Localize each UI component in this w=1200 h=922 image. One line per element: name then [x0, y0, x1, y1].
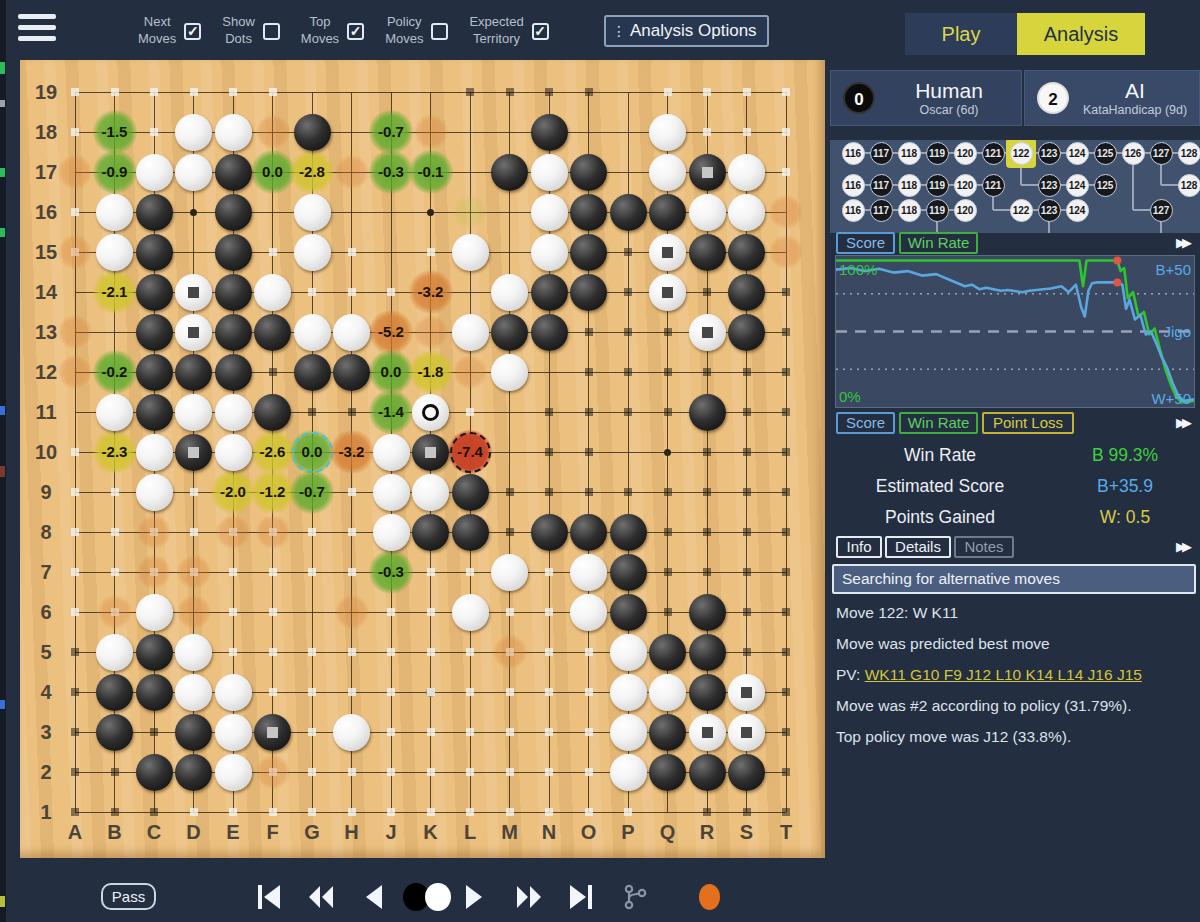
territory-marker-white: [190, 488, 198, 496]
territory-marker-black: [782, 408, 790, 416]
black-stone: [215, 234, 252, 271]
move-node-120[interactable]: 120: [954, 174, 977, 197]
move-node-116[interactable]: 116: [842, 174, 865, 197]
black-stone: [452, 514, 489, 551]
policy-glow: [58, 355, 92, 389]
col-label: A: [60, 821, 90, 843]
territory-marker-white: [387, 728, 395, 736]
territory-marker-black: [585, 368, 593, 376]
white-stone: [294, 194, 331, 231]
territory-marker-black: [782, 688, 790, 696]
kebab-icon: ⋮: [612, 23, 626, 39]
territory-marker-white: [387, 768, 395, 776]
white-stone: [175, 394, 212, 431]
tab-analysis[interactable]: Analysis: [1017, 13, 1145, 55]
territory-marker-black: [782, 768, 790, 776]
toggle-label: Top Moves: [301, 14, 339, 48]
black-stone: [689, 594, 726, 631]
graph-axis-label: Jigo: [1163, 323, 1191, 340]
move-node-116[interactable]: 116: [842, 199, 865, 222]
row-label: 9: [26, 481, 66, 503]
row-label: 11: [26, 401, 66, 423]
territory-marker-black: [782, 448, 790, 456]
policy-glow: [177, 555, 211, 589]
black-stone: [215, 274, 252, 311]
territory-marker-black: [743, 408, 751, 416]
territory-marker-white: [348, 528, 356, 536]
stat-label: Estimated Score: [830, 476, 1050, 497]
col-label: J: [376, 821, 406, 843]
expand-stats-icon[interactable]: ▶▶: [1176, 415, 1188, 430]
territory-marker-white: [269, 808, 277, 816]
white-player-sub: KataHandicap (9d): [1079, 103, 1191, 117]
territory-marker-white: [71, 128, 79, 136]
policy-glow: [335, 595, 369, 629]
policy-glow: [335, 155, 369, 189]
territory-marker-black: [782, 608, 790, 616]
pass-button[interactable]: Pass: [101, 883, 156, 910]
skip-to-end-button[interactable]: [566, 883, 596, 911]
step-back-button[interactable]: [360, 883, 386, 911]
checkbox-checked[interactable]: ✓: [184, 23, 201, 40]
black-stone: [531, 314, 568, 351]
point-loss-label: -3.2: [409, 284, 453, 300]
toggle-show-dots[interactable]: Show Dots: [222, 14, 280, 48]
black-stone: [215, 354, 252, 391]
territory-marker-white: [348, 568, 356, 576]
move-node-118[interactable]: 118: [898, 142, 921, 165]
move-node-128[interactable]: 128: [1178, 174, 1200, 197]
black-stone: [452, 474, 489, 511]
territory-marker-white: [269, 88, 277, 96]
current-player-indicator-icon: [398, 882, 454, 912]
territory-marker-white: [387, 688, 395, 696]
move-node-125[interactable]: 125: [1094, 142, 1117, 165]
policy-glow: [453, 355, 487, 389]
dead-stone-marker: [702, 327, 713, 338]
move-node-124[interactable]: 124: [1066, 199, 1089, 222]
black-stone: [333, 354, 370, 391]
row-label: 16: [26, 201, 66, 223]
info-predicted: Move was predicted best move: [836, 635, 1196, 653]
move-node-117[interactable]: 117: [870, 174, 893, 197]
white-stone: [215, 754, 252, 791]
point-loss-label: -0.3: [369, 564, 413, 580]
toggle-policy-moves[interactable]: Policy Moves: [385, 14, 448, 48]
territory-marker-white: [111, 528, 119, 536]
step-forward-button[interactable]: [462, 883, 488, 911]
black-stone: [96, 674, 133, 711]
graph-axis-label: B+50: [1156, 261, 1191, 278]
col-label: R: [692, 821, 722, 843]
graph-axis-label: 100%: [839, 261, 877, 278]
territory-marker-black: [506, 528, 514, 536]
white-player-name: AI: [1079, 79, 1191, 103]
territory-marker-white: [427, 248, 435, 256]
row-label: 7: [26, 561, 66, 583]
territory-marker-black: [269, 368, 277, 376]
tab-details[interactable]: Details: [885, 536, 951, 558]
move-node-123[interactable]: 123: [1038, 199, 1061, 222]
territory-marker-white: [703, 88, 711, 96]
point-loss-label: -0.2: [93, 364, 137, 380]
black-stone: [215, 154, 252, 191]
territory-marker-white: [427, 568, 435, 576]
black-stone: [175, 714, 212, 751]
black-stone: [215, 314, 252, 351]
black-stone: [610, 554, 647, 591]
col-label: B: [100, 821, 130, 843]
grid-line: [509, 92, 510, 812]
territory-marker-black: [71, 648, 79, 656]
stats-tab-winrate[interactable]: Win Rate: [899, 412, 978, 434]
black-stone: [610, 514, 647, 551]
territory-marker-white: [782, 168, 790, 176]
info-pv: PV: WK11 G10 F9 J12 L10 K14 L14 J16 J15: [836, 666, 1196, 684]
territory-marker-black: [624, 288, 632, 296]
territory-marker-black: [743, 488, 751, 496]
territory-marker-white: [466, 808, 474, 816]
stat-row-score: Estimated Score B+35.9: [830, 471, 1200, 501]
territory-marker-black: [664, 368, 672, 376]
territory-marker-white: [585, 808, 593, 816]
territory-marker-white: [506, 728, 514, 736]
white-stone: [649, 674, 686, 711]
territory-marker-white: [466, 408, 474, 416]
territory-marker-white: [71, 568, 79, 576]
white-stone: [215, 674, 252, 711]
move-node-118[interactable]: 118: [898, 174, 921, 197]
branch-icon[interactable]: [622, 884, 648, 910]
territory-marker-black: [703, 448, 711, 456]
territory-marker-black: [71, 688, 79, 696]
white-stone: [254, 274, 291, 311]
territory-marker-black: [743, 608, 751, 616]
white-stone: [333, 314, 370, 351]
territory-marker-white: [190, 528, 198, 536]
toggle-top-moves[interactable]: Top Moves✓: [301, 14, 364, 48]
toggle-label: Next Moves: [138, 14, 176, 48]
move-node-123[interactable]: 123: [1038, 174, 1061, 197]
stat-row-winrate: Win Rate B 99.3%: [830, 440, 1200, 470]
territory-marker-white: [150, 88, 158, 96]
toggle-expected-territory[interactable]: Expected Territory✓: [469, 14, 548, 48]
black-stone: [570, 194, 607, 231]
dead-stone-marker: [267, 727, 278, 738]
black-stone: [136, 754, 173, 791]
territory-marker-white: [387, 808, 395, 816]
territory-marker-white: [545, 608, 553, 616]
territory-marker-white: [466, 688, 474, 696]
territory-marker-black: [743, 448, 751, 456]
move-node-128[interactable]: 128: [1178, 142, 1200, 165]
edge-notch: [0, 466, 5, 477]
tab-info[interactable]: Info: [836, 536, 882, 558]
territory-marker-black: [71, 808, 79, 816]
territory-marker-black: [624, 408, 632, 416]
territory-marker-white: [71, 208, 79, 216]
white-stone: [96, 234, 133, 271]
white-stone: [136, 474, 173, 511]
white-stone: [491, 354, 528, 391]
black-stone: [136, 354, 173, 391]
checkbox-unchecked[interactable]: [431, 23, 448, 40]
policy-glow: [414, 315, 448, 349]
territory-marker-black: [782, 488, 790, 496]
territory-marker-white: [466, 768, 474, 776]
policy-glow: [256, 115, 290, 149]
territory-marker-white: [545, 688, 553, 696]
territory-marker-white: [229, 808, 237, 816]
graph-axis-label: W+50: [1151, 390, 1191, 407]
menu-icon[interactable]: [18, 14, 58, 46]
pv-moves-link[interactable]: WK11 G10 F9 J12 L10 K14 L14 J16 J15: [865, 666, 1142, 683]
black-stone: [649, 194, 686, 231]
move-node-122[interactable]: 122: [1010, 142, 1033, 165]
white-stone: [649, 114, 686, 151]
checkbox-checked[interactable]: ✓: [532, 23, 549, 40]
territory-marker-white: [348, 248, 356, 256]
white-stone: [452, 314, 489, 351]
analysis-options-button[interactable]: ⋮ Analysis Options: [604, 15, 769, 47]
move-node-120[interactable]: 120: [954, 199, 977, 222]
stats-tab-pointloss[interactable]: Point Loss: [982, 412, 1074, 434]
star-point: [190, 209, 197, 216]
col-label: F: [258, 821, 288, 843]
row-label: 10: [26, 441, 66, 463]
white-stone: [175, 634, 212, 671]
territory-marker-white: [229, 608, 237, 616]
black-stone: [294, 354, 331, 391]
graph-axis-label: 0%: [839, 388, 861, 405]
fast-rewind-button[interactable]: [306, 883, 336, 911]
territory-marker-white: [111, 568, 119, 576]
white-stone: [531, 194, 568, 231]
dead-stone-marker: [188, 447, 199, 458]
move-node-126[interactable]: 126: [1122, 142, 1145, 165]
col-label: E: [218, 821, 248, 843]
territory-marker-white: [506, 608, 514, 616]
black-stone: [294, 114, 331, 151]
row-label: 3: [26, 721, 66, 743]
fast-forward-button[interactable]: [514, 883, 544, 911]
territory-marker-white: [308, 728, 316, 736]
territory-marker-black: [782, 808, 790, 816]
row-label: 1: [26, 801, 66, 823]
info-move: Move 122: W K11: [836, 604, 1196, 622]
col-label: S: [732, 821, 762, 843]
move-node-121[interactable]: 121: [982, 142, 1005, 165]
dead-stone-marker: [702, 167, 713, 178]
black-captures-badge: 0: [843, 82, 875, 114]
black-stone: [689, 754, 726, 791]
territory-marker-white: [506, 768, 514, 776]
white-stone: [294, 234, 331, 271]
analysis-toggles: Next Moves✓Show DotsTop Moves✓Policy Mov…: [138, 8, 549, 54]
white-stone: [491, 554, 528, 591]
black-stone: [136, 634, 173, 671]
expand-graph-icon[interactable]: ▶▶: [1176, 235, 1188, 250]
white-stone: [294, 314, 331, 351]
point-loss-label: -5.2: [369, 324, 413, 340]
territory-marker-white: [308, 648, 316, 656]
policy-glow: [58, 235, 92, 269]
move-node-117[interactable]: 117: [870, 142, 893, 165]
territory-marker-black: [466, 88, 474, 96]
white-stone: [215, 114, 252, 151]
point-loss-label: -0.9: [93, 164, 137, 180]
row-label: 5: [26, 641, 66, 663]
go-board[interactable]: 12345678910111213141516171819ABCDEFGHJKL…: [20, 60, 825, 858]
territory-marker-white: [545, 768, 553, 776]
point-loss-label: -1.5: [93, 124, 137, 140]
territory-marker-white: [308, 688, 316, 696]
territory-marker-black: [71, 768, 79, 776]
territory-marker-white: [664, 88, 672, 96]
white-stone: [136, 434, 173, 471]
black-stone: [136, 394, 173, 431]
policy-glow: [769, 235, 803, 269]
territory-marker-white: [150, 128, 158, 136]
move-node-117[interactable]: 117: [870, 199, 893, 222]
graph-tab-score[interactable]: Score: [836, 232, 895, 254]
territory-marker-black: [782, 368, 790, 376]
white-stone: [373, 514, 410, 551]
pv-prefix: PV:: [836, 666, 865, 683]
white-stone: [175, 114, 212, 151]
move-node-120[interactable]: 120: [954, 142, 977, 165]
col-label: K: [416, 821, 446, 843]
move-node-116[interactable]: 116: [842, 142, 865, 165]
edge-notch: [0, 62, 5, 74]
skip-to-start-button[interactable]: [254, 883, 284, 911]
move-node-118[interactable]: 118: [898, 199, 921, 222]
checkbox-checked[interactable]: ✓: [347, 23, 364, 40]
move-tree[interactable]: 1161171181191201211221231241251261271281…: [830, 140, 1200, 233]
black-stone: [175, 354, 212, 391]
black-stone: [491, 154, 528, 191]
policy-glow: [414, 115, 448, 149]
territory-marker-white: [269, 608, 277, 616]
black-stone: [570, 234, 607, 271]
territory-marker-white: [585, 648, 593, 656]
expand-info-icon[interactable]: ▶▶: [1176, 539, 1188, 554]
territory-marker-white: [585, 728, 593, 736]
policy-glow: [98, 595, 132, 629]
policy-glow: [58, 155, 92, 189]
territory-marker-black: [703, 488, 711, 496]
search-status-banner[interactable]: Searching for alternative moves: [832, 564, 1196, 594]
white-stone: [136, 154, 173, 191]
black-stone: [254, 394, 291, 431]
black-stone: [728, 234, 765, 271]
graph-tab-winrate[interactable]: Win Rate: [899, 232, 978, 254]
col-label: T: [771, 821, 801, 843]
col-label: G: [297, 821, 327, 843]
stats-tab-score[interactable]: Score: [836, 412, 895, 434]
policy-glow: [137, 515, 171, 549]
territory-marker-white: [308, 808, 316, 816]
move-node-123[interactable]: 123: [1038, 142, 1061, 165]
col-label: P: [613, 821, 643, 843]
territory-marker-white: [427, 768, 435, 776]
territory-marker-black: [782, 528, 790, 536]
black-stone: [689, 634, 726, 671]
territory-marker-black: [664, 328, 672, 336]
black-stone: [254, 314, 291, 351]
tab-notes[interactable]: Notes: [954, 536, 1014, 558]
territory-marker-black: [506, 488, 514, 496]
black-stone: [531, 274, 568, 311]
move-node-119[interactable]: 119: [926, 142, 949, 165]
move-node-119[interactable]: 119: [926, 199, 949, 222]
territory-marker-black: [585, 448, 593, 456]
territory-marker-black: [150, 728, 158, 736]
move-node-127[interactable]: 127: [1150, 199, 1173, 222]
player-card-black: 0 Human Oscar (6d): [830, 70, 1022, 126]
territory-marker-white: [348, 808, 356, 816]
territory-marker-white: [624, 808, 632, 816]
move-node-121[interactable]: 121: [982, 174, 1005, 197]
move-node-124[interactable]: 124: [1066, 142, 1089, 165]
white-stone: [491, 274, 528, 311]
dead-stone-marker: [662, 287, 673, 298]
dead-stone-marker: [741, 687, 752, 698]
territory-marker-white: [466, 568, 474, 576]
white-stone: [175, 154, 212, 191]
territory-marker-black: [703, 568, 711, 576]
row-label: 19: [26, 81, 66, 103]
territory-marker-white: [506, 808, 514, 816]
white-stone: [649, 154, 686, 191]
territory-marker-white: [269, 568, 277, 576]
point-loss-label: -2.6: [251, 444, 295, 460]
col-label: M: [495, 821, 525, 843]
white-stone: [452, 594, 489, 631]
move-node-127[interactable]: 127: [1150, 142, 1173, 165]
tab-play[interactable]: Play: [905, 13, 1017, 55]
territory-marker-white: [71, 488, 79, 496]
black-stone: [649, 634, 686, 671]
move-node-124[interactable]: 124: [1066, 174, 1089, 197]
policy-glow: [137, 555, 171, 589]
move-node-119[interactable]: 119: [926, 174, 949, 197]
toggle-next-moves[interactable]: Next Moves✓: [138, 14, 201, 48]
move-node-125[interactable]: 125: [1094, 174, 1117, 197]
white-stone: [96, 634, 133, 671]
territory-marker-black: [545, 448, 553, 456]
window-edge-strip: [0, 0, 6, 922]
territory-marker-black: [743, 368, 751, 376]
edge-notch: [0, 406, 5, 415]
stat-label: Points Gained: [830, 507, 1050, 528]
move-node-122[interactable]: 122: [1010, 199, 1033, 222]
territory-marker-black: [703, 528, 711, 536]
winrate-score-graph[interactable]: 100%0%B+50JigoW+50: [835, 255, 1195, 408]
player-card-white: 2 AI KataHandicap (9d): [1024, 70, 1200, 126]
territory-marker-white: [269, 688, 277, 696]
checkbox-unchecked[interactable]: [263, 23, 280, 40]
territory-marker-black: [743, 648, 751, 656]
white-stone: [531, 234, 568, 271]
territory-marker-white: [71, 88, 79, 96]
stat-label: Win Rate: [830, 445, 1050, 466]
katrain-app: Next Moves✓Show DotsTop Moves✓Policy Mov…: [0, 0, 1200, 922]
stat-value-score: B+35.9: [1050, 476, 1200, 497]
territory-marker-white: [466, 648, 474, 656]
white-stone: [373, 474, 410, 511]
territory-marker-black: [782, 648, 790, 656]
